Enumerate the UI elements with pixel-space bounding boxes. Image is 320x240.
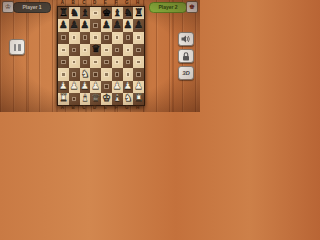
chess-piece-white-pawn[interactable]: ♟ [123, 81, 132, 91]
board-square[interactable] [112, 56, 123, 68]
chess-piece-black-pawn[interactable]: ♟ [134, 20, 143, 30]
file-labels-bottom: ABCDEFGH [57, 105, 143, 111]
pause-button[interactable] [9, 39, 25, 55]
board-square[interactable] [112, 32, 123, 44]
board-square[interactable]: ♛ [90, 93, 101, 105]
square-pip [94, 24, 97, 27]
square-pip [105, 49, 108, 52]
square-pip [127, 73, 130, 76]
board-square[interactable] [90, 68, 101, 80]
board-square[interactable]: ♟ [58, 19, 69, 31]
file-label: F [111, 105, 122, 111]
square-pip [127, 36, 130, 39]
board-square[interactable] [133, 44, 144, 56]
chess-piece-black-pawn[interactable]: ♟ [102, 20, 111, 30]
board-square[interactable] [90, 7, 101, 19]
square-pip [116, 73, 119, 76]
chess-piece-white-pawn[interactable]: ♟ [59, 81, 68, 91]
view-3d-label: 3D [182, 67, 190, 79]
board-square[interactable]: ♝ [112, 93, 123, 105]
chess-piece-black-pawn[interactable]: ♟ [113, 20, 122, 30]
board-square[interactable] [58, 56, 69, 68]
square-pip [73, 98, 76, 101]
board-square[interactable]: ♞ [69, 7, 80, 19]
board-square[interactable] [69, 93, 80, 105]
board-square[interactable] [58, 32, 69, 44]
board-square[interactable]: ♟ [80, 81, 91, 93]
chess-piece-white-knight[interactable]: ♞ [123, 93, 132, 103]
square-pip [94, 73, 97, 76]
board-square[interactable]: ♜ [58, 93, 69, 105]
lock-button[interactable] [178, 49, 194, 63]
board-square[interactable] [90, 56, 101, 68]
chess-piece-black-bishop[interactable]: ♝ [113, 8, 122, 18]
chess-piece-black-pawn[interactable]: ♟ [80, 20, 89, 30]
board-square[interactable]: ♟ [69, 81, 80, 93]
player1-name: Player 1 [22, 3, 41, 12]
board-square[interactable] [133, 56, 144, 68]
board-square[interactable] [133, 32, 144, 44]
square-pip [62, 61, 65, 64]
file-label: E [100, 105, 111, 111]
chess-piece-white-pawn[interactable]: ♟ [134, 81, 143, 91]
board-square[interactable]: ♟ [112, 19, 123, 31]
board-square[interactable]: ♟ [123, 81, 134, 93]
chess-piece-black-bishop[interactable]: ♝ [80, 8, 89, 18]
chess-piece-white-pawn[interactable]: ♟ [70, 81, 79, 91]
square-pip [84, 49, 87, 52]
board-square[interactable] [58, 68, 69, 80]
square-pip [94, 12, 97, 15]
board-square[interactable] [123, 56, 134, 68]
pause-icon [14, 44, 17, 51]
board-square[interactable] [80, 44, 91, 56]
chess-piece-black-pawn[interactable]: ♟ [70, 20, 79, 30]
file-label: A [57, 105, 68, 111]
board-square[interactable]: ♞ [123, 7, 134, 19]
file-label: B [68, 105, 79, 111]
board-square[interactable] [69, 32, 80, 44]
chess-board: ♜♞♝♚♝♞♜♟♟♟♟♟♟♟♛♞♟♟♟♟♟♟♟♜♝♛♚♝♞♜ [58, 7, 144, 105]
square-pip [84, 61, 87, 64]
square-pip [73, 73, 76, 76]
square-pip [73, 49, 76, 52]
file-label: H [132, 105, 143, 111]
board-square[interactable] [80, 56, 91, 68]
square-pip [62, 49, 65, 52]
board-square[interactable]: ♛ [90, 44, 101, 56]
speaker-icon [181, 35, 191, 43]
sound-button[interactable] [178, 32, 194, 46]
square-pip [62, 36, 65, 39]
chess-piece-white-pawn[interactable]: ♟ [80, 81, 89, 91]
board-square[interactable] [69, 44, 80, 56]
board-square[interactable] [58, 44, 69, 56]
board-square[interactable] [123, 44, 134, 56]
chess-piece-black-rook[interactable]: ♜ [134, 8, 143, 18]
chess-piece-white-rook[interactable]: ♜ [134, 93, 143, 103]
file-label: D [89, 105, 100, 111]
chess-piece-black-knight[interactable]: ♞ [123, 8, 132, 18]
board-square[interactable] [112, 68, 123, 80]
square-pip [137, 73, 140, 76]
chess-piece-white-rook[interactable]: ♜ [59, 93, 68, 103]
player2-avatar: ♚ [186, 1, 198, 13]
board-square[interactable] [101, 32, 112, 44]
board-square[interactable] [90, 32, 101, 44]
square-pip [105, 61, 108, 64]
view-3d-button[interactable]: 3D [178, 66, 194, 80]
board-square[interactable]: ♝ [80, 93, 91, 105]
board-square[interactable]: ♟ [101, 19, 112, 31]
chess-piece-white-pawn[interactable]: ♟ [91, 81, 100, 91]
chess-piece-white-knight[interactable]: ♞ [80, 69, 89, 79]
square-pip [127, 61, 130, 64]
file-label: G [122, 105, 133, 111]
board-square[interactable]: ♟ [58, 81, 69, 93]
board-square[interactable]: ♜ [133, 93, 144, 105]
square-pip [127, 49, 130, 52]
square-pip [137, 49, 140, 52]
board-square[interactable]: ♟ [133, 81, 144, 93]
board-square[interactable] [69, 68, 80, 80]
board-square[interactable] [123, 32, 134, 44]
board-frame: ♜♞♝♚♝♞♜♟♟♟♟♟♟♟♛♞♟♟♟♟♟♟♟♜♝♛♚♝♞♜ [57, 6, 145, 106]
board-square[interactable]: ♟ [69, 19, 80, 31]
square-pip [73, 61, 76, 64]
board-square[interactable]: ♚ [101, 93, 112, 105]
board-square[interactable]: ♟ [123, 19, 134, 31]
square-pip [62, 73, 65, 76]
square-pip [94, 36, 97, 39]
board-square[interactable] [101, 68, 112, 80]
chess-piece-black-knight[interactable]: ♞ [70, 8, 79, 18]
file-label: C [79, 105, 90, 111]
square-pip [116, 61, 119, 64]
square-pip [94, 61, 97, 64]
square-pip [105, 36, 108, 39]
chess-piece-white-bishop[interactable]: ♝ [113, 93, 122, 103]
square-pip [137, 61, 140, 64]
square-pip [105, 85, 108, 88]
board-square[interactable]: ♟ [133, 19, 144, 31]
chess-piece-white-king[interactable]: ♚ [102, 93, 111, 103]
board-square[interactable]: ♝ [112, 7, 123, 19]
square-pip [84, 36, 87, 39]
board-square[interactable]: ♝ [80, 7, 91, 19]
board-square[interactable]: ♟ [80, 19, 91, 31]
board-square[interactable]: ♟ [90, 81, 101, 93]
board-square[interactable]: ♟ [112, 81, 123, 93]
board-square[interactable] [101, 44, 112, 56]
chess-piece-black-pawn[interactable]: ♟ [123, 20, 132, 30]
board-square[interactable] [123, 68, 134, 80]
player1-badge: Player 1 [13, 2, 51, 13]
player2-badge: Player 2 [149, 2, 187, 13]
board-square[interactable] [133, 68, 144, 80]
player2-name: Player 2 [158, 3, 177, 12]
board-square[interactable] [90, 19, 101, 31]
square-pip [116, 49, 119, 52]
square-pip [105, 73, 108, 76]
board-square[interactable]: ♜ [58, 7, 69, 19]
board-square[interactable]: ♚ [101, 7, 112, 19]
square-pip [73, 36, 76, 39]
chess-piece-black-queen[interactable]: ♛ [91, 44, 100, 54]
board-square[interactable] [101, 81, 112, 93]
board-square[interactable] [101, 56, 112, 68]
chess-piece-black-rook[interactable]: ♜ [59, 8, 68, 18]
lock-icon [182, 52, 190, 61]
board-square[interactable] [112, 44, 123, 56]
chess-piece-black-pawn[interactable]: ♟ [59, 20, 68, 30]
chess-piece-white-bishop[interactable]: ♝ [80, 93, 89, 103]
board-square[interactable] [69, 56, 80, 68]
board-square[interactable]: ♞ [80, 68, 91, 80]
chess-piece-black-king[interactable]: ♚ [102, 8, 111, 18]
chess-piece-white-pawn[interactable]: ♟ [113, 81, 122, 91]
square-pip [137, 36, 140, 39]
square-pip [116, 36, 119, 39]
board-square[interactable]: ♞ [123, 93, 134, 105]
pause-icon [18, 44, 21, 51]
board-square[interactable]: ♜ [133, 7, 144, 19]
board-square[interactable] [80, 32, 91, 44]
chess-piece-white-queen[interactable]: ♛ [91, 93, 100, 103]
